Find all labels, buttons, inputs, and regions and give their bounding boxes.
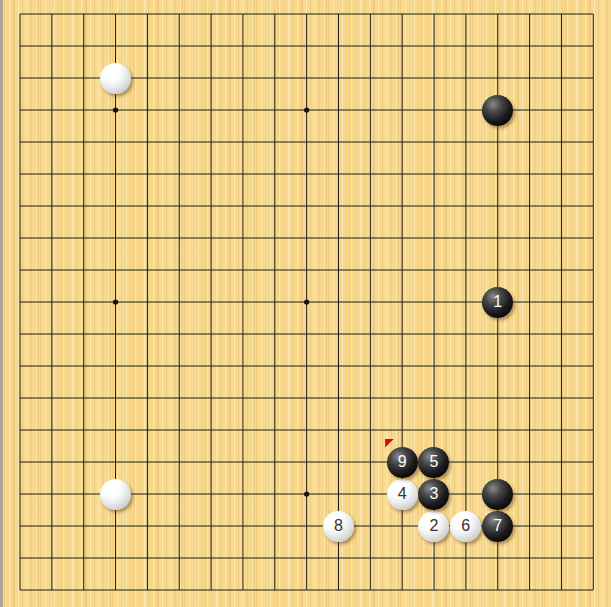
board-point-Q4 [482,478,514,510]
stone-white-L3-move-8[interactable]: 8 [323,511,354,542]
stone-number: 4 [398,486,407,502]
stone-number: 2 [430,518,439,534]
stone-white-D4[interactable] [100,479,131,510]
stone-white-P3-move-6[interactable]: 6 [450,511,481,542]
stone-number: 9 [398,454,407,470]
board-point-Q3: 7 [482,510,514,542]
stone-grid: 123456789 [4,0,609,606]
stone-number: 3 [430,486,439,502]
stone-black-O4-move-3[interactable]: 3 [418,479,449,510]
board-point-O4: 3 [418,478,450,510]
stone-white-N4-move-4[interactable]: 4 [387,479,418,510]
stone-black-Q10-move-1[interactable]: 1 [482,287,513,318]
stone-black-N5-move-9[interactable]: 9 [387,447,418,478]
board-left-edge [0,0,3,607]
stone-white-D17[interactable] [100,63,131,94]
stone-number: 7 [493,518,502,534]
board-point-D4 [100,478,132,510]
board-point-O3: 2 [418,510,450,542]
stone-black-O5-move-5[interactable]: 5 [418,447,449,478]
board-point-Q16 [482,94,514,126]
stone-number: 8 [334,518,343,534]
board-point-N5: 9 [386,446,418,478]
stone-number: 5 [430,454,439,470]
red-triangle-marker [385,439,394,448]
board-point-D17 [100,62,132,94]
stone-number: 6 [461,518,470,534]
stone-number: 1 [493,294,502,310]
stone-black-Q16[interactable] [482,95,513,126]
stone-black-Q4[interactable] [482,479,513,510]
board-point-N4: 4 [386,478,418,510]
board-point-L3: 8 [323,510,355,542]
board-point-Q10: 1 [482,286,514,318]
go-board[interactable]: 123456789 [0,0,611,607]
board-point-P3: 6 [450,510,482,542]
stone-white-O3-move-2[interactable]: 2 [418,511,449,542]
board-point-O5: 5 [418,446,450,478]
stone-black-Q3-move-7[interactable]: 7 [482,511,513,542]
